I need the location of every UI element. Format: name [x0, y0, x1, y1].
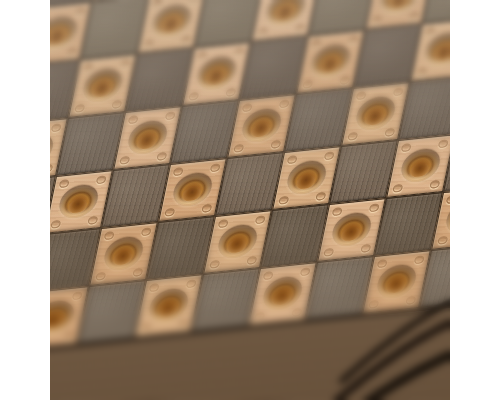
corner-dimple	[111, 100, 123, 109]
piece-cup-recess	[195, 55, 239, 91]
corner-dimple	[262, 271, 274, 280]
corner-dimple	[156, 152, 168, 161]
corner-dimple	[369, 203, 381, 212]
piece-cup-recess	[102, 235, 146, 271]
corner-dimple	[50, 164, 54, 173]
corner-dimple	[241, 103, 253, 112]
piece-cup-recess	[354, 95, 398, 131]
corner-dimple	[177, 320, 189, 329]
corner-dimple	[270, 140, 282, 149]
corner-dimple	[254, 312, 266, 321]
corner-dimple	[393, 87, 405, 96]
corner-dimple	[172, 167, 184, 176]
corner-dimple	[225, 88, 237, 97]
corner-dimple	[429, 180, 441, 189]
corner-dimple	[132, 268, 144, 277]
corner-dimple	[103, 231, 115, 240]
piece-cup-recess	[330, 211, 374, 247]
corner-dimple	[180, 36, 192, 45]
corner-dimple	[75, 7, 87, 16]
corner-dimple	[95, 272, 107, 281]
corner-dimple	[323, 248, 335, 257]
corner-dimple	[416, 68, 428, 77]
corner-dimple	[414, 255, 426, 264]
corner-dimple	[201, 204, 213, 213]
corner-dimple	[164, 208, 176, 217]
corner-dimple	[286, 155, 298, 164]
corner-dimple	[339, 76, 351, 85]
corner-dimple	[72, 291, 84, 300]
piece-cup-recess	[261, 275, 305, 311]
piece-cup-recess	[285, 159, 329, 195]
corner-dimple	[87, 216, 99, 225]
corner-dimple	[408, 12, 420, 21]
corner-dimple	[74, 104, 86, 113]
corner-dimple	[255, 215, 267, 224]
corner-dimple	[360, 244, 372, 253]
corner-dimple	[233, 144, 245, 153]
corner-dimple	[188, 92, 200, 101]
corner-dimple	[371, 16, 383, 25]
piece-cup-recess	[50, 15, 80, 51]
piece-cup-recess	[216, 223, 260, 259]
corner-dimple	[279, 99, 291, 108]
corner-dimple	[310, 39, 322, 48]
corner-dimple	[384, 128, 396, 137]
piece-cup-recess	[50, 131, 56, 167]
corner-dimple	[324, 151, 336, 160]
corner-dimple	[315, 192, 327, 201]
corner-dimple	[196, 51, 208, 60]
piece-cup-recess	[240, 107, 284, 143]
piece-cup-recess	[126, 119, 170, 155]
corner-dimple	[437, 236, 449, 245]
piece-cup-recess	[150, 3, 194, 39]
corner-dimple	[63, 332, 75, 341]
corner-dimple	[165, 111, 177, 120]
corner-dimple	[234, 47, 246, 56]
corner-dimple	[50, 220, 61, 229]
corner-dimple	[66, 48, 78, 57]
piece-cup-recess	[147, 287, 191, 323]
piece-cup-recess	[444, 199, 450, 235]
corner-dimple	[148, 283, 160, 292]
corner-dimple	[82, 63, 94, 72]
corner-dimple	[209, 260, 221, 269]
corner-dimple	[278, 196, 290, 205]
piece-cup-recess	[81, 67, 125, 103]
corner-dimple	[140, 324, 152, 333]
corner-dimple	[302, 80, 314, 89]
piece-cup-recess	[57, 183, 101, 219]
corner-dimple	[331, 207, 343, 216]
corner-dimple	[257, 28, 269, 37]
corner-dimple	[217, 219, 229, 228]
corner-dimple	[246, 256, 258, 265]
piece-cup-recess	[423, 31, 450, 67]
piece-cup-recess	[50, 299, 77, 335]
corner-dimple	[119, 156, 131, 165]
corner-dimple	[347, 132, 359, 141]
corner-dimple	[189, 0, 201, 4]
corner-dimple	[355, 91, 367, 100]
corner-dimple	[143, 40, 155, 49]
corner-dimple	[424, 27, 436, 36]
corner-dimple	[400, 143, 412, 152]
corner-dimple	[294, 24, 306, 33]
corner-dimple	[51, 123, 63, 132]
corner-dimple	[445, 195, 450, 204]
corner-dimple	[120, 59, 132, 68]
corner-dimple	[58, 179, 70, 188]
corner-dimple	[141, 227, 153, 236]
corner-dimple	[392, 184, 404, 193]
corner-dimple	[127, 115, 139, 124]
corner-dimple	[186, 279, 198, 288]
corner-dimple	[291, 308, 303, 317]
corner-dimple	[438, 139, 450, 148]
corner-dimple	[376, 259, 388, 268]
piece-cup-recess	[309, 43, 353, 79]
corner-dimple	[151, 0, 163, 8]
board-photo	[50, 0, 450, 400]
piece-cup-recess	[171, 171, 215, 207]
corner-dimple	[300, 267, 312, 276]
corner-dimple	[348, 35, 360, 44]
corner-dimple	[210, 163, 222, 172]
corner-dimple	[96, 175, 108, 184]
screenshot-canvas	[0, 0, 500, 400]
piece-cup-recess	[399, 147, 443, 183]
